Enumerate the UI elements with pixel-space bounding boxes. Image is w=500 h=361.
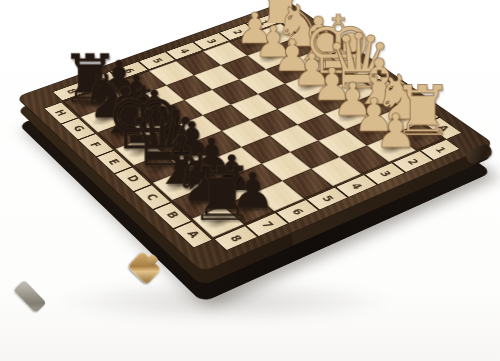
- rank-label-text: 6: [289, 207, 305, 216]
- piece-shadow: [273, 64, 304, 79]
- rank-label-text: 4: [348, 182, 364, 191]
- file-label-text: E: [106, 158, 121, 166]
- rank-label-text: 1: [432, 146, 447, 154]
- square-e4: [231, 94, 278, 120]
- rank-label-text: 4: [177, 48, 191, 55]
- piece-shadow: [402, 128, 435, 145]
- rank-label-text: 1: [257, 19, 270, 25]
- rank-label-text: 5: [150, 57, 164, 64]
- piece-shadow: [201, 212, 236, 232]
- file-label-text: E: [350, 64, 364, 71]
- file-label-text: F: [330, 50, 344, 57]
- rank-label-text: 7: [94, 77, 108, 84]
- rank-label-1: 1: [421, 140, 459, 160]
- file-label-text: D: [370, 78, 385, 86]
- file-label-text: A: [435, 124, 450, 132]
- piece-shadow: [312, 93, 344, 109]
- chessboard: HGFEDCBA HGFEDCBA 87654321 87654321 ♜♟♟♜…: [16, 1, 495, 273]
- file-label-text: A: [184, 229, 201, 239]
- piece-shadow: [123, 143, 156, 161]
- file-label-text: C: [144, 192, 160, 201]
- file-label-text: H: [291, 23, 305, 30]
- piece-shadow: [375, 139, 408, 157]
- file-label-text: D: [125, 174, 141, 183]
- file-label-text: F: [88, 141, 103, 149]
- rank-label-text: 7: [259, 220, 275, 229]
- file-label-text: G: [70, 124, 86, 132]
- chess-set-photo: HGFEDCBA HGFEDCBA 87654321 87654321 ♜♟♟♜…: [0, 0, 500, 361]
- file-label-text: G: [310, 36, 324, 43]
- piece-shadow: [381, 113, 413, 130]
- file-label-text: B: [164, 211, 180, 221]
- piece-shadow: [71, 96, 103, 112]
- piece-shadow: [231, 199, 266, 219]
- rank-label-text: 2: [405, 157, 420, 165]
- piece-shadow: [153, 131, 186, 148]
- piece-shadow: [281, 41, 311, 56]
- file-label-text: C: [391, 93, 406, 101]
- rank-label-text: 2: [231, 29, 244, 35]
- rank-label-text: 5: [319, 194, 335, 203]
- rank-label-text: 8: [228, 233, 244, 242]
- rank-label-text: 6: [122, 67, 136, 74]
- piece-shadow: [135, 116, 168, 133]
- piece-shadow: [105, 127, 138, 144]
- piece-shadow: [354, 124, 387, 141]
- file-label-text: H: [53, 109, 68, 117]
- file-label-text: B: [413, 108, 428, 116]
- piece-shadow: [191, 164, 225, 183]
- piece-shadow: [161, 176, 195, 195]
- rank-label-text: 8: [64, 88, 78, 95]
- left-side-latch: [13, 280, 46, 313]
- piece-shadow: [319, 69, 350, 84]
- rank-label-text: 3: [204, 38, 218, 45]
- piece-shadow: [293, 79, 324, 95]
- rank-label-text: 3: [377, 169, 392, 177]
- chess-set-3d-scene: HGFEDCBA HGFEDCBA 87654321 87654321 ♜♟♟♜…: [16, 1, 495, 273]
